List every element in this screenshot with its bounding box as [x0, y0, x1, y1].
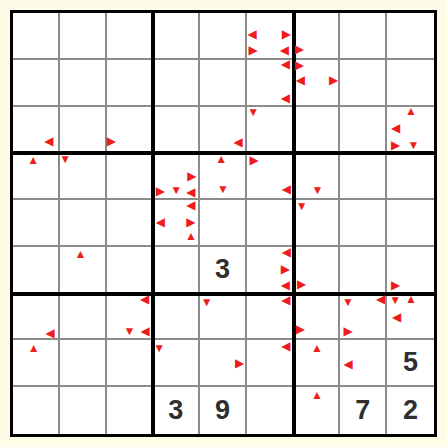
cell-r5c1[interactable]	[13, 200, 60, 247]
cell-r8c2[interactable]	[60, 340, 107, 387]
cell-r8c8[interactable]: ◀	[340, 340, 387, 387]
cell-r9c6[interactable]	[247, 387, 294, 434]
arrow-down-icon: ▼	[407, 139, 419, 151]
given-digit: 9	[215, 397, 230, 424]
arrow-up-icon: ▲	[74, 248, 86, 260]
arrow-right-icon: ▶	[329, 74, 338, 86]
cell-r1c9[interactable]	[387, 13, 434, 60]
cell-r9c1[interactable]	[13, 387, 60, 434]
cell-r4c3[interactable]	[107, 153, 154, 200]
cell-r3c3[interactable]: ▶	[107, 107, 154, 154]
cell-r3c2[interactable]	[60, 107, 107, 154]
cell-r2c8[interactable]	[340, 60, 387, 107]
cell-r5c5[interactable]	[200, 200, 247, 247]
arrow-up-icon: ▲	[28, 342, 40, 354]
given-digit: 5	[403, 349, 418, 376]
arrow-right-icon: ▶	[156, 185, 165, 197]
cell-r8c7[interactable]: ▲	[294, 340, 341, 387]
cell-r7c2[interactable]	[60, 294, 107, 341]
cell-r7c4[interactable]	[153, 294, 200, 341]
arrow-left-icon: ◀	[281, 294, 290, 306]
cell-r6c5[interactable]: 3	[200, 247, 247, 294]
cell-r5c9[interactable]	[387, 200, 434, 247]
cell-r4c1[interactable]: ▲	[13, 153, 60, 200]
cell-r1c5[interactable]	[200, 13, 247, 60]
arrow-left-icon: ◀	[281, 279, 290, 291]
cell-r1c6[interactable]: ◀▶▶◀	[247, 13, 294, 60]
box-border-horizontal-2	[13, 292, 434, 296]
arrow-left-icon: ◀	[44, 135, 53, 147]
arrow-left-icon: ◀	[280, 44, 289, 56]
cell-r4c2[interactable]: ▼	[60, 153, 107, 200]
cell-r3c6[interactable]: ▼	[247, 107, 294, 154]
cell-r8c9[interactable]: 5	[387, 340, 434, 387]
cell-r5c7[interactable]: ▼	[294, 200, 341, 247]
cell-r2c3[interactable]	[107, 60, 154, 107]
arrow-down-icon: ▼	[201, 296, 213, 308]
cell-r8c1[interactable]: ▲	[13, 340, 60, 387]
box-border-vertical-1	[151, 13, 155, 434]
arrow-right-icon: ▶	[282, 28, 291, 40]
cell-r2c4[interactable]	[153, 60, 200, 107]
cell-r7c7[interactable]: ▶	[294, 294, 341, 341]
arrow-left-icon: ◀	[140, 325, 149, 337]
box-border-horizontal-1	[13, 151, 434, 155]
cell-r3c1[interactable]: ◀	[13, 107, 60, 154]
arrow-left-icon: ◀	[46, 327, 55, 339]
sudoku-board: ◀▶▶◀▶◀◀▶◀▶◀▶◀▼▲◀▶▼▲▼▶▶▼◀▲▼▶◀▼◀◀▶▲▼▲3◀▶◀▶…	[10, 10, 437, 437]
arrow-left-icon: ◀	[156, 216, 165, 228]
arrow-right-icon: ▶	[297, 278, 306, 290]
arrow-right-icon: ▶	[235, 357, 244, 369]
arrow-left-icon: ◀	[281, 58, 290, 70]
cell-r1c3[interactable]	[107, 13, 154, 60]
cell-r5c6[interactable]	[247, 200, 294, 247]
cell-r9c3[interactable]	[107, 387, 154, 434]
cell-r7c3[interactable]: ◀▼◀	[107, 294, 154, 341]
arrow-down-icon: ▼	[247, 106, 259, 118]
box-border-vertical-2	[292, 13, 296, 434]
cell-r8c5[interactable]: ▶	[200, 340, 247, 387]
arrow-up-icon: ▲	[27, 154, 39, 166]
cell-r2c6[interactable]: ◀◀	[247, 60, 294, 107]
cell-r1c1[interactable]	[13, 13, 60, 60]
cell-r1c8[interactable]	[340, 13, 387, 60]
arrow-down-icon: ▼	[123, 325, 135, 337]
arrow-right-icon: ▶	[107, 135, 116, 147]
cell-r2c5[interactable]	[200, 60, 247, 107]
cell-r3c4[interactable]	[153, 107, 200, 154]
cell-r3c5[interactable]: ◀	[200, 107, 247, 154]
arrow-right-icon: ▶	[186, 216, 195, 228]
cell-r3c8[interactable]	[340, 107, 387, 154]
arrow-right-icon: ▶	[187, 170, 196, 182]
cell-r7c5[interactable]: ▼	[200, 294, 247, 341]
arrow-right-icon: ▶	[249, 44, 258, 56]
cell-r4c5[interactable]: ▲▼	[200, 153, 247, 200]
cell-r1c4[interactable]	[153, 13, 200, 60]
arrow-down-icon: ▼	[311, 184, 323, 196]
cell-r4c4[interactable]: ▶▶▼◀	[153, 153, 200, 200]
cell-r4c8[interactable]	[340, 153, 387, 200]
arrow-right-icon: ▶	[249, 154, 258, 166]
arrow-left-icon: ◀	[248, 28, 257, 40]
arrow-left-icon: ◀	[391, 122, 400, 134]
cell-r5c4[interactable]: ◀◀▶▲	[153, 200, 200, 247]
cell-r1c2[interactable]	[60, 13, 107, 60]
arrow-right-icon: ▶	[296, 323, 305, 335]
arrow-down-icon: ▼	[170, 184, 182, 196]
arrow-right-icon: ▶	[281, 263, 290, 275]
cell-r9c4[interactable]: 3	[153, 387, 200, 434]
cell-r6c1[interactable]	[13, 247, 60, 294]
arrow-left-icon: ◀	[343, 358, 352, 370]
arrow-left-icon: ◀	[392, 311, 401, 323]
cell-r5c3[interactable]	[107, 200, 154, 247]
arrow-left-icon: ◀	[282, 246, 291, 258]
cell-r2c2[interactable]	[60, 60, 107, 107]
cell-r6c4[interactable]	[153, 247, 200, 294]
arrow-left-icon: ◀	[186, 186, 195, 198]
cell-r6c8[interactable]	[340, 247, 387, 294]
cell-r7c8[interactable]: ▼◀▶	[340, 294, 387, 341]
cell-r9c5[interactable]: 9	[200, 387, 247, 434]
cell-r6c2[interactable]: ▲	[60, 247, 107, 294]
cell-r8c6[interactable]: ◀	[247, 340, 294, 387]
arrow-left-icon: ◀	[296, 74, 305, 86]
cell-r6c6[interactable]: ◀▶◀	[247, 247, 294, 294]
arrow-right-icon: ▶	[391, 279, 400, 291]
cell-r2c1[interactable]	[13, 60, 60, 107]
given-digit: 7	[355, 397, 370, 424]
cell-r8c3[interactable]	[107, 340, 154, 387]
arrow-right-icon: ▶	[391, 139, 400, 151]
arrow-left-icon: ◀	[282, 183, 291, 195]
cell-r4c6[interactable]: ▶◀	[247, 153, 294, 200]
arrow-up-icon: ▲	[311, 342, 323, 354]
cell-r9c7[interactable]: ▲	[294, 387, 341, 434]
arrow-right-icon: ▶	[295, 43, 304, 55]
cell-r6c9[interactable]: ▶	[387, 247, 434, 294]
arrow-left-icon: ◀	[281, 340, 290, 352]
cell-r9c2[interactable]	[60, 387, 107, 434]
arrow-left-icon: ◀	[281, 92, 290, 104]
arrow-down-icon: ▼	[389, 294, 401, 306]
arrow-right-icon: ▶	[343, 325, 352, 337]
arrow-up-icon: ▲	[185, 230, 197, 242]
cell-r5c2[interactable]	[60, 200, 107, 247]
arrow-down-icon: ▼	[217, 183, 229, 195]
cell-r4c9[interactable]	[387, 153, 434, 200]
cell-r4c7[interactable]: ▼	[294, 153, 341, 200]
cell-r6c7[interactable]: ▶	[294, 247, 341, 294]
arrow-down-icon: ▼	[342, 296, 354, 308]
arrow-right-icon: ▶	[295, 59, 304, 71]
cell-r7c6[interactable]: ◀	[247, 294, 294, 341]
cell-r1c7[interactable]: ▶	[294, 13, 341, 60]
given-digit: 3	[168, 397, 183, 424]
given-digit: 2	[403, 397, 418, 424]
arrow-down-icon: ▼	[296, 200, 308, 212]
cell-r8c4[interactable]: ▼	[153, 340, 200, 387]
arrow-up-icon: ▲	[311, 389, 323, 401]
cell-r9c9[interactable]: 2	[387, 387, 434, 434]
arrow-up-icon: ▲	[405, 105, 417, 117]
cell-r5c8[interactable]	[340, 200, 387, 247]
cell-r6c3[interactable]	[107, 247, 154, 294]
cell-r9c8[interactable]: 7	[340, 387, 387, 434]
cell-r3c9[interactable]: ▲◀▶▼	[387, 107, 434, 154]
given-digit: 3	[215, 256, 230, 283]
cell-r2c7[interactable]: ▶◀▶	[294, 60, 341, 107]
cell-r3c7[interactable]	[294, 107, 341, 154]
arrow-left-icon: ◀	[234, 136, 243, 148]
cell-r7c1[interactable]: ◀	[13, 294, 60, 341]
arrow-left-icon: ◀	[186, 199, 195, 211]
cell-r7c9[interactable]: ▼▲◀	[387, 294, 434, 341]
cell-r2c9[interactable]	[387, 60, 434, 107]
